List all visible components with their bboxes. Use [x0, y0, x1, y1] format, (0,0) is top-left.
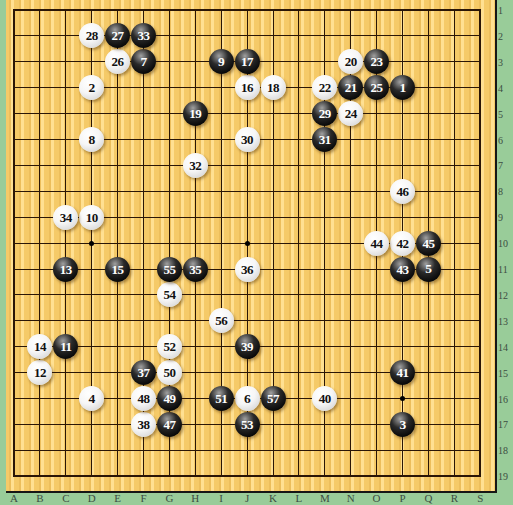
go-stone-white: 8	[79, 127, 104, 152]
go-diagram-screen: 1234567891011121314151617181920212223242…	[0, 0, 513, 505]
go-stone-white: 14	[27, 334, 52, 359]
column-label: J	[245, 492, 249, 504]
row-label: 10	[498, 238, 508, 249]
column-label: K	[269, 492, 277, 504]
go-stone-black: 27	[105, 23, 130, 48]
column-label: S	[477, 492, 483, 504]
grid-line-horizontal	[13, 450, 481, 451]
row-label: 1	[498, 5, 503, 16]
row-label: 12	[498, 289, 508, 300]
go-stone-white: 52	[157, 334, 182, 359]
go-stone-white: 32	[183, 153, 208, 178]
row-label: 15	[498, 367, 508, 378]
go-stone-black: 45	[416, 231, 441, 256]
star-point	[89, 241, 94, 246]
row-label: 14	[498, 341, 508, 352]
go-stone-white: 24	[338, 101, 363, 126]
go-board-surface: 1234567891011121314151617181920212223242…	[6, 0, 497, 493]
grid-line-vertical	[298, 9, 299, 477]
row-label: 4	[498, 82, 503, 93]
row-label: 2	[498, 30, 503, 41]
go-stone-black: 11	[53, 334, 78, 359]
go-stone-white: 28	[79, 23, 104, 48]
grid-line-horizontal	[13, 475, 481, 477]
go-stone-white: 16	[235, 75, 260, 100]
go-stone-black: 37	[131, 360, 156, 385]
column-label: E	[114, 492, 121, 504]
star-point	[400, 396, 405, 401]
go-stone-black: 49	[157, 386, 182, 411]
go-stone-black: 55	[157, 257, 182, 282]
go-stone-black: 21	[338, 75, 363, 100]
go-stone-black: 25	[364, 75, 389, 100]
go-stone-black: 41	[390, 360, 415, 385]
go-stone-white: 56	[209, 308, 234, 333]
go-stone-white: 42	[390, 231, 415, 256]
column-label: D	[88, 492, 96, 504]
go-stone-black: 9	[209, 49, 234, 74]
row-label: 6	[498, 134, 503, 145]
go-stone-black: 17	[235, 49, 260, 74]
star-point	[245, 241, 250, 246]
column-label: R	[451, 492, 458, 504]
row-label: 5	[498, 108, 503, 119]
go-stone-black: 13	[53, 257, 78, 282]
column-label: N	[347, 492, 355, 504]
column-label: P	[399, 492, 405, 504]
go-stone-black: 31	[312, 127, 337, 152]
column-label: B	[36, 492, 43, 504]
go-stone-white: 30	[235, 127, 260, 152]
go-stone-white: 20	[338, 49, 363, 74]
go-stone-black: 7	[131, 49, 156, 74]
go-stone-black: 33	[131, 23, 156, 48]
go-stone-white: 4	[79, 386, 104, 411]
go-stone-black: 19	[183, 101, 208, 126]
go-stone-white: 6	[235, 386, 260, 411]
go-stone-black: 5	[416, 257, 441, 282]
go-stone-white: 54	[157, 282, 182, 307]
go-stone-white: 48	[131, 386, 156, 411]
row-label: 17	[498, 419, 508, 430]
row-label: 7	[498, 160, 503, 171]
column-label: M	[320, 492, 330, 504]
column-label: C	[62, 492, 69, 504]
go-stone-black: 1	[390, 75, 415, 100]
row-label: 3	[498, 56, 503, 67]
column-label: Q	[424, 492, 432, 504]
grid-line-vertical	[479, 9, 481, 477]
row-label: 9	[498, 212, 503, 223]
go-stone-black: 57	[261, 386, 286, 411]
go-stone-white: 34	[53, 205, 78, 230]
go-stone-white: 44	[364, 231, 389, 256]
row-label: 16	[498, 393, 508, 404]
row-label: 18	[498, 445, 508, 456]
go-stone-black: 47	[157, 412, 182, 437]
go-stone-white: 26	[105, 49, 130, 74]
go-stone-black: 43	[390, 257, 415, 282]
column-label: F	[140, 492, 146, 504]
go-stone-black: 35	[183, 257, 208, 282]
go-stone-black: 23	[364, 49, 389, 74]
row-labels: 12345678910111213141516171819	[498, 0, 513, 505]
column-label: L	[296, 492, 303, 504]
go-stone-white: 40	[312, 386, 337, 411]
row-label: 11	[498, 264, 508, 275]
go-stone-black: 29	[312, 101, 337, 126]
column-label: A	[10, 492, 18, 504]
go-stone-black: 39	[235, 334, 260, 359]
row-label: 19	[498, 471, 508, 482]
go-stone-white: 36	[235, 257, 260, 282]
go-stone-white: 50	[157, 360, 182, 385]
go-stone-white: 38	[131, 412, 156, 437]
go-stone-white: 2	[79, 75, 104, 100]
column-labels: ABCDEFGHIJKLMNOPQRS	[6, 492, 495, 505]
row-label: 13	[498, 315, 508, 326]
go-stone-white: 22	[312, 75, 337, 100]
go-stone-black: 3	[390, 412, 415, 437]
go-stone-white: 46	[390, 179, 415, 204]
row-label: 8	[498, 186, 503, 197]
column-label: H	[191, 492, 199, 504]
column-label: O	[373, 492, 381, 504]
grid-line-horizontal	[13, 320, 481, 321]
grid-line-horizontal	[13, 294, 481, 295]
column-label: I	[219, 492, 223, 504]
go-stone-black: 15	[105, 257, 130, 282]
column-label: G	[165, 492, 173, 504]
grid-line-vertical	[454, 9, 455, 477]
go-stone-black: 51	[209, 386, 234, 411]
go-stone-white: 12	[27, 360, 52, 385]
go-stone-black: 53	[235, 412, 260, 437]
go-stone-white: 18	[261, 75, 286, 100]
go-stone-white: 10	[79, 205, 104, 230]
